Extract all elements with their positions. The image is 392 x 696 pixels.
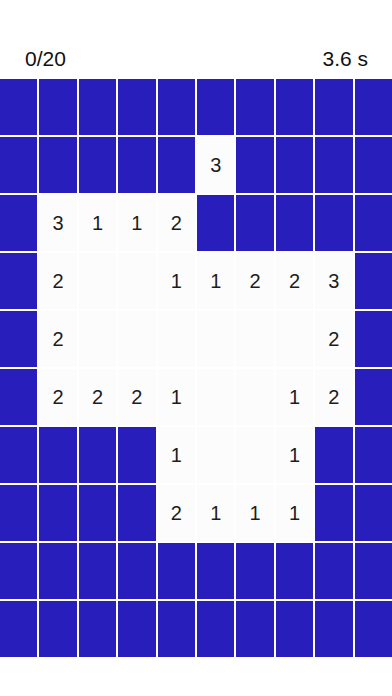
number-cell[interactable]: 1: [276, 427, 313, 483]
covered-cell[interactable]: [315, 543, 352, 599]
number-cell[interactable]: 2: [79, 369, 116, 425]
covered-cell[interactable]: [236, 601, 273, 657]
covered-cell[interactable]: [39, 543, 76, 599]
covered-cell[interactable]: [355, 485, 392, 541]
number-cell[interactable]: 1: [158, 369, 195, 425]
covered-cell[interactable]: [276, 79, 313, 135]
covered-cell[interactable]: [355, 369, 392, 425]
empty-revealed-cell: [118, 253, 155, 309]
covered-cell[interactable]: [0, 137, 37, 193]
number-cell[interactable]: 2: [39, 311, 76, 367]
number-cell[interactable]: 2: [315, 369, 352, 425]
covered-cell[interactable]: [276, 195, 313, 251]
covered-cell[interactable]: [79, 137, 116, 193]
empty-revealed-cell: [79, 253, 116, 309]
covered-cell[interactable]: [118, 137, 155, 193]
number-cell[interactable]: 2: [315, 311, 352, 367]
covered-cell[interactable]: [315, 485, 352, 541]
number-cell[interactable]: 2: [276, 253, 313, 309]
number-cell[interactable]: 2: [118, 369, 155, 425]
covered-cell[interactable]: [79, 485, 116, 541]
covered-cell[interactable]: [197, 79, 234, 135]
covered-cell[interactable]: [158, 137, 195, 193]
number-cell[interactable]: 1: [79, 195, 116, 251]
number-cell[interactable]: 2: [236, 253, 273, 309]
covered-cell[interactable]: [0, 79, 37, 135]
covered-cell[interactable]: [158, 543, 195, 599]
minesweeper-board: 3311221122322222112112111: [0, 79, 392, 657]
covered-cell[interactable]: [0, 485, 37, 541]
empty-revealed-cell: [236, 311, 273, 367]
number-cell[interactable]: 1: [158, 253, 195, 309]
covered-cell[interactable]: [79, 601, 116, 657]
number-cell[interactable]: 2: [39, 369, 76, 425]
number-cell[interactable]: 3: [197, 137, 234, 193]
covered-cell[interactable]: [0, 543, 37, 599]
covered-cell[interactable]: [276, 137, 313, 193]
covered-cell[interactable]: [0, 195, 37, 251]
covered-cell[interactable]: [39, 485, 76, 541]
covered-cell[interactable]: [197, 543, 234, 599]
number-cell[interactable]: 1: [197, 253, 234, 309]
covered-cell[interactable]: [276, 601, 313, 657]
number-cell[interactable]: 2: [39, 253, 76, 309]
empty-revealed-cell: [197, 311, 234, 367]
covered-cell[interactable]: [158, 79, 195, 135]
covered-cell[interactable]: [39, 601, 76, 657]
empty-revealed-cell: [276, 311, 313, 367]
number-cell[interactable]: 3: [315, 253, 352, 309]
covered-cell[interactable]: [236, 543, 273, 599]
number-cell[interactable]: 1: [197, 485, 234, 541]
number-cell[interactable]: 2: [158, 485, 195, 541]
covered-cell[interactable]: [236, 79, 273, 135]
covered-cell[interactable]: [236, 195, 273, 251]
empty-revealed-cell: [197, 427, 234, 483]
covered-cell[interactable]: [79, 427, 116, 483]
covered-cell[interactable]: [355, 79, 392, 135]
bottom-margin: [0, 657, 392, 696]
number-cell[interactable]: 2: [158, 195, 195, 251]
mine-counter: 0/20: [25, 48, 66, 69]
covered-cell[interactable]: [0, 369, 37, 425]
covered-cell[interactable]: [0, 253, 37, 309]
empty-revealed-cell: [236, 369, 273, 425]
covered-cell[interactable]: [158, 601, 195, 657]
covered-cell[interactable]: [0, 601, 37, 657]
covered-cell[interactable]: [355, 253, 392, 309]
covered-cell[interactable]: [355, 601, 392, 657]
covered-cell[interactable]: [0, 311, 37, 367]
empty-revealed-cell: [79, 311, 116, 367]
empty-revealed-cell: [118, 311, 155, 367]
covered-cell[interactable]: [197, 195, 234, 251]
covered-cell[interactable]: [118, 485, 155, 541]
number-cell[interactable]: 1: [276, 369, 313, 425]
empty-revealed-cell: [236, 427, 273, 483]
covered-cell[interactable]: [315, 137, 352, 193]
covered-cell[interactable]: [79, 543, 116, 599]
number-cell[interactable]: 1: [118, 195, 155, 251]
covered-cell[interactable]: [236, 137, 273, 193]
covered-cell[interactable]: [197, 601, 234, 657]
covered-cell[interactable]: [355, 543, 392, 599]
number-cell[interactable]: 1: [236, 485, 273, 541]
covered-cell[interactable]: [315, 427, 352, 483]
covered-cell[interactable]: [355, 195, 392, 251]
timer: 3.6 s: [322, 48, 368, 69]
covered-cell[interactable]: [39, 427, 76, 483]
covered-cell[interactable]: [315, 79, 352, 135]
number-cell[interactable]: 3: [39, 195, 76, 251]
covered-cell[interactable]: [118, 427, 155, 483]
number-cell[interactable]: 1: [158, 427, 195, 483]
empty-revealed-cell: [158, 311, 195, 367]
covered-cell[interactable]: [276, 543, 313, 599]
covered-cell[interactable]: [39, 79, 76, 135]
covered-cell[interactable]: [355, 137, 392, 193]
header-bar: 0/20 3.6 s: [0, 0, 392, 79]
covered-cell[interactable]: [0, 427, 37, 483]
covered-cell[interactable]: [315, 195, 352, 251]
covered-cell[interactable]: [355, 311, 392, 367]
covered-cell[interactable]: [118, 601, 155, 657]
covered-cell[interactable]: [355, 427, 392, 483]
covered-cell[interactable]: [79, 79, 116, 135]
number-cell[interactable]: 1: [276, 485, 313, 541]
minesweeper-app: 0/20 3.6 s 3311221122322222112112111: [0, 0, 392, 696]
covered-cell[interactable]: [118, 79, 155, 135]
covered-cell[interactable]: [315, 601, 352, 657]
covered-cell[interactable]: [118, 543, 155, 599]
empty-revealed-cell: [197, 369, 234, 425]
covered-cell[interactable]: [39, 137, 76, 193]
